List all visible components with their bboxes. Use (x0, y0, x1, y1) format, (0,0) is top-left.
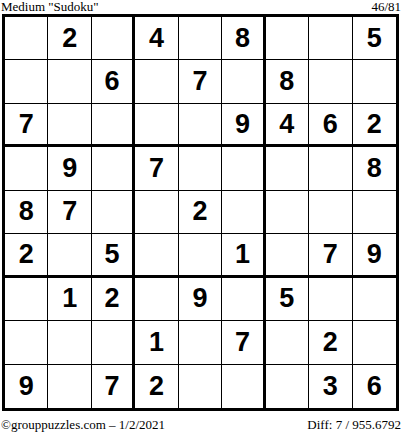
puzzle-title: Medium "Sudoku" (1, 0, 99, 14)
cell-r9c5[interactable] (179, 365, 222, 408)
cell-r7c7[interactable]: 5 (266, 278, 309, 321)
cell-r1c4[interactable]: 4 (135, 17, 178, 60)
board-wrap: 24856787946297887225179129517297236 (0, 14, 403, 411)
cell-r7c1[interactable] (5, 278, 48, 321)
cell-r1c2[interactable]: 2 (48, 17, 91, 60)
cell-r9c2[interactable] (48, 365, 91, 408)
cell-r7c3[interactable]: 2 (92, 278, 135, 321)
cell-r2c5[interactable]: 7 (179, 60, 222, 103)
cell-r8c9[interactable] (353, 321, 396, 364)
cell-r1c6[interactable]: 8 (222, 17, 265, 60)
cell-r9c4[interactable]: 2 (135, 365, 178, 408)
cell-r8c8[interactable]: 2 (309, 321, 352, 364)
cell-r1c3[interactable] (92, 17, 135, 60)
cell-r9c8[interactable]: 3 (309, 365, 352, 408)
cell-r5c8[interactable] (309, 191, 352, 234)
cell-r3c4[interactable] (135, 104, 178, 147)
cell-r5c2[interactable]: 7 (48, 191, 91, 234)
cell-r3c3[interactable] (92, 104, 135, 147)
cell-r7c8[interactable] (309, 278, 352, 321)
cell-r3c7[interactable]: 4 (266, 104, 309, 147)
cell-r8c2[interactable] (48, 321, 91, 364)
cell-r5c3[interactable] (92, 191, 135, 234)
cell-r9c7[interactable] (266, 365, 309, 408)
cell-r2c8[interactable] (309, 60, 352, 103)
cell-r7c4[interactable] (135, 278, 178, 321)
cell-r8c1[interactable] (5, 321, 48, 364)
copyright-text: ©grouppuzzles.com – 1/2/2021 (1, 417, 165, 433)
header: Medium "Sudoku" 46/81 (0, 0, 403, 14)
cell-r5c5[interactable]: 2 (179, 191, 222, 234)
cell-r8c4[interactable]: 1 (135, 321, 178, 364)
cell-r9c1[interactable]: 9 (5, 365, 48, 408)
cell-r4c2[interactable]: 9 (48, 147, 91, 190)
cell-r8c7[interactable] (266, 321, 309, 364)
cell-r5c9[interactable] (353, 191, 396, 234)
cell-r4c5[interactable] (179, 147, 222, 190)
cell-r9c6[interactable] (222, 365, 265, 408)
cell-r7c2[interactable]: 1 (48, 278, 91, 321)
cell-r6c2[interactable] (48, 234, 91, 277)
cell-r9c3[interactable]: 7 (92, 365, 135, 408)
cell-r6c7[interactable] (266, 234, 309, 277)
cell-r5c1[interactable]: 8 (5, 191, 48, 234)
cell-r2c6[interactable] (222, 60, 265, 103)
cell-r3c5[interactable] (179, 104, 222, 147)
sudoku-board: 24856787946297887225179129517297236 (2, 14, 399, 411)
cell-r6c5[interactable] (179, 234, 222, 277)
cell-r2c9[interactable] (353, 60, 396, 103)
cell-r3c9[interactable]: 2 (353, 104, 396, 147)
cell-r2c3[interactable]: 6 (92, 60, 135, 103)
cell-r7c6[interactable] (222, 278, 265, 321)
difficulty-text: Diff: 7 / 955.6792 (307, 417, 401, 433)
cell-r8c5[interactable] (179, 321, 222, 364)
cell-r6c6[interactable]: 1 (222, 234, 265, 277)
cell-r8c6[interactable]: 7 (222, 321, 265, 364)
cell-r4c1[interactable] (5, 147, 48, 190)
footer: ©grouppuzzles.com – 1/2/2021 Diff: 7 / 9… (0, 417, 403, 433)
cell-r3c1[interactable]: 7 (5, 104, 48, 147)
cell-r4c3[interactable] (92, 147, 135, 190)
cell-r5c6[interactable] (222, 191, 265, 234)
cell-r3c6[interactable]: 9 (222, 104, 265, 147)
cell-r7c9[interactable] (353, 278, 396, 321)
cell-r2c2[interactable] (48, 60, 91, 103)
cell-r5c7[interactable] (266, 191, 309, 234)
cell-r1c5[interactable] (179, 17, 222, 60)
cell-r3c2[interactable] (48, 104, 91, 147)
cell-r6c8[interactable]: 7 (309, 234, 352, 277)
cell-r6c4[interactable] (135, 234, 178, 277)
cell-r4c7[interactable] (266, 147, 309, 190)
cell-r2c4[interactable] (135, 60, 178, 103)
cell-r5c4[interactable] (135, 191, 178, 234)
cell-r2c1[interactable] (5, 60, 48, 103)
cell-r1c8[interactable] (309, 17, 352, 60)
cell-r4c9[interactable]: 8 (353, 147, 396, 190)
cell-r6c3[interactable]: 5 (92, 234, 135, 277)
cell-r6c1[interactable]: 2 (5, 234, 48, 277)
given-counter: 46/81 (371, 0, 401, 14)
cell-r9c9[interactable]: 6 (353, 365, 396, 408)
cell-r1c7[interactable] (266, 17, 309, 60)
cell-r3c8[interactable]: 6 (309, 104, 352, 147)
cell-r6c9[interactable]: 9 (353, 234, 396, 277)
cell-r2c7[interactable]: 8 (266, 60, 309, 103)
cell-r4c8[interactable] (309, 147, 352, 190)
cell-r1c1[interactable] (5, 17, 48, 60)
cell-r7c5[interactable]: 9 (179, 278, 222, 321)
cell-r1c9[interactable]: 5 (353, 17, 396, 60)
cell-r4c4[interactable]: 7 (135, 147, 178, 190)
cell-r4c6[interactable] (222, 147, 265, 190)
cell-r8c3[interactable] (92, 321, 135, 364)
